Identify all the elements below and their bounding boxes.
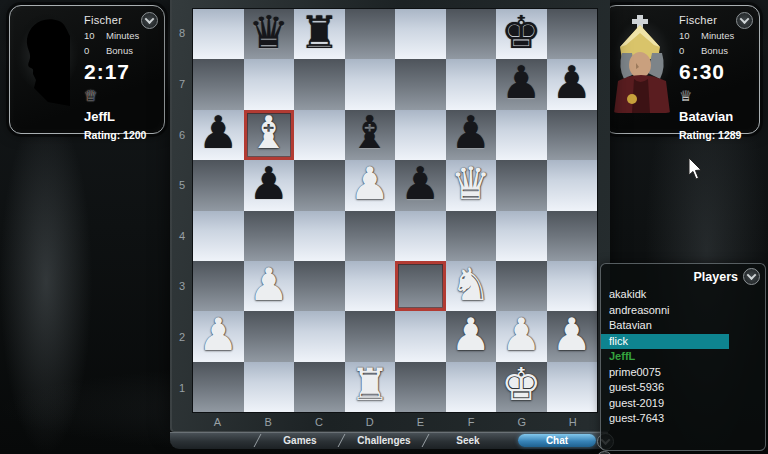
square-d8[interactable] [345, 9, 396, 59]
square-d2[interactable] [345, 311, 396, 361]
square-b8[interactable]: ♛ [244, 9, 295, 59]
black-player-avatar [15, 13, 79, 113]
square-f8[interactable] [446, 9, 497, 59]
square-a3[interactable] [193, 261, 244, 311]
square-g5[interactable] [496, 160, 547, 210]
piece-white-pawn[interactable]: ♟ [350, 159, 390, 209]
king-portrait-icon [610, 13, 674, 113]
square-b4[interactable] [244, 211, 295, 261]
black-clock: 2:17 [84, 60, 158, 84]
square-f5[interactable]: ♛ [446, 160, 497, 210]
piece-black-pawn[interactable]: ♟ [451, 108, 491, 158]
player-list-item-flick[interactable]: flick [601, 334, 729, 350]
player-list-item-guest-2019[interactable]: guest-2019 [601, 396, 765, 412]
rank-label-6: 6 [172, 109, 192, 160]
square-a8[interactable] [193, 9, 244, 59]
square-d7[interactable] [345, 59, 396, 109]
square-f7[interactable] [446, 59, 497, 109]
square-e4[interactable] [395, 211, 446, 261]
board[interactable]: ♛♜♚♟♟♟♝♝♟♟♟♟♛♟♞♟♟♟♟♜♚ [192, 8, 598, 413]
mouse-cursor [688, 158, 704, 182]
square-d6[interactable]: ♝ [345, 110, 396, 160]
rank-label-7: 7 [172, 59, 192, 110]
square-d4[interactable] [345, 211, 396, 261]
piece-white-pawn[interactable]: ♟ [501, 310, 541, 360]
players-collapse-button[interactable] [743, 268, 760, 285]
piece-black-bishop[interactable]: ♝ [350, 108, 390, 158]
square-a1[interactable] [193, 362, 244, 412]
piece-black-pawn[interactable]: ♟ [198, 108, 238, 158]
square-b7[interactable] [244, 59, 295, 109]
bonus-label: Bonus [106, 45, 133, 56]
square-e6[interactable] [395, 110, 446, 160]
time-control-label: Fischer [679, 14, 753, 26]
square-d5[interactable]: ♟ [345, 160, 396, 210]
square-f2[interactable]: ♟ [446, 311, 497, 361]
square-d1[interactable]: ♜ [345, 362, 396, 412]
white-side-icon: ♕ [679, 87, 753, 105]
rank-label-1: 1 [172, 362, 192, 413]
file-label-b: B [243, 413, 294, 430]
square-a6[interactable]: ♟ [193, 110, 244, 160]
piece-white-queen[interactable]: ♛ [451, 159, 491, 209]
time-control-label: Fischer [84, 14, 158, 26]
piece-white-pawn[interactable]: ♟ [198, 310, 238, 360]
square-a5[interactable] [193, 160, 244, 210]
piece-black-pawn[interactable]: ♟ [400, 159, 440, 209]
square-h3[interactable] [547, 261, 598, 311]
square-c4[interactable] [294, 211, 345, 261]
square-b5[interactable]: ♟ [244, 160, 295, 210]
square-c3[interactable] [294, 261, 345, 311]
square-h8[interactable] [547, 9, 598, 59]
square-b1[interactable] [244, 362, 295, 412]
board-frame: 87654321 ♛♜♚♟♟♟♝♝♟♟♟♟♛♟♞♟♟♟♟♜♚ ABCDEFGH [170, 0, 610, 432]
black-side-icon: ♛ [84, 87, 158, 105]
square-f6[interactable]: ♟ [446, 110, 497, 160]
rank-label-5: 5 [172, 160, 192, 211]
square-f1[interactable] [446, 362, 497, 412]
piece-white-knight[interactable]: ♞ [451, 260, 491, 310]
square-g4[interactable] [496, 211, 547, 261]
bonus-value: 0 [679, 45, 691, 56]
file-labels: ABCDEFGH [192, 413, 598, 430]
piece-black-pawn[interactable]: ♟ [501, 58, 541, 108]
bonus-label: Bonus [701, 45, 728, 56]
players-panel-title: Players [694, 270, 738, 284]
black-player-name: JeffL [84, 109, 158, 124]
player-list-item-andreasonni[interactable]: andreasonni [601, 303, 765, 319]
black-player-card: Fischer 10 Minutes 0 Bonus 2:17 ♛ JeffL … [9, 5, 165, 134]
square-h5[interactable] [547, 160, 598, 210]
tab-games[interactable]: Games [258, 432, 342, 449]
square-h6[interactable] [547, 110, 598, 160]
square-f3[interactable]: ♞ [446, 261, 497, 311]
piece-white-pawn[interactable]: ♟ [552, 310, 592, 360]
square-g7[interactable]: ♟ [496, 59, 547, 109]
piece-white-bishop[interactable]: ♝ [249, 108, 289, 158]
head-silhouette-icon [15, 13, 79, 113]
players-list: akakidkandreasonniBatavianflickJeffLprim… [601, 287, 765, 427]
piece-white-pawn[interactable]: ♟ [451, 310, 491, 360]
minutes-label: Minutes [106, 30, 139, 41]
square-e5[interactable]: ♟ [395, 160, 446, 210]
white-player-avatar [610, 13, 674, 113]
square-c7[interactable] [294, 59, 345, 109]
tab-row: GamesChallengesSeekChat [258, 432, 608, 449]
square-e1[interactable] [395, 362, 446, 412]
white-player-rating: Rating: 1289 [679, 129, 753, 141]
tab-seek[interactable]: Seek [426, 432, 510, 449]
square-e3[interactable] [395, 261, 446, 311]
file-label-a: A [192, 413, 243, 430]
file-label-d: D [344, 413, 395, 430]
square-b3[interactable]: ♟ [244, 261, 295, 311]
player-list-item-guest-7643[interactable]: guest-7643 [601, 411, 765, 427]
tab-chat[interactable]: Chat [518, 434, 596, 447]
tab-challenges[interactable]: Challenges [342, 432, 426, 449]
square-e7[interactable] [395, 59, 446, 109]
square-h4[interactable] [547, 211, 598, 261]
piece-black-pawn[interactable]: ♟ [249, 159, 289, 209]
piece-white-king[interactable]: ♚ [501, 360, 541, 410]
rank-label-8: 8 [172, 8, 192, 59]
file-label-f: F [446, 413, 497, 430]
player-list-item-akakidk[interactable]: akakidk [601, 287, 765, 303]
bottom-tab-bar: GamesChallengesSeekChat [170, 432, 608, 449]
square-a4[interactable] [193, 211, 244, 261]
player-list-item-prime0075[interactable]: prime0075 [601, 365, 765, 381]
square-a7[interactable] [193, 59, 244, 109]
square-g8[interactable]: ♚ [496, 9, 547, 59]
piece-white-rook[interactable]: ♜ [350, 360, 390, 410]
square-c6[interactable] [294, 110, 345, 160]
square-e2[interactable] [395, 311, 446, 361]
white-player-card: Fischer 10 Minutes 0 Bonus 6:30 ♕ Batavi… [604, 5, 760, 134]
square-g3[interactable] [496, 261, 547, 311]
square-a2[interactable]: ♟ [193, 311, 244, 361]
minutes-value: 10 [679, 30, 691, 41]
file-label-c: C [294, 413, 345, 430]
square-c1[interactable] [294, 362, 345, 412]
player-list-item-guest-5936[interactable]: guest-5936 [601, 380, 765, 396]
players-panel: Players akakidkandreasonniBatavianflickJ… [600, 263, 766, 451]
piece-black-queen[interactable]: ♛ [249, 8, 289, 58]
square-h7[interactable]: ♟ [547, 59, 598, 109]
rank-label-2: 2 [172, 312, 192, 363]
piece-black-rook[interactable]: ♜ [299, 8, 339, 58]
white-player-name: Batavian [679, 109, 753, 124]
white-clock: 6:30 [679, 60, 753, 84]
square-c5[interactable] [294, 160, 345, 210]
file-label-h: H [547, 413, 598, 430]
bonus-value: 0 [84, 45, 96, 56]
piece-black-king[interactable]: ♚ [501, 8, 541, 58]
piece-black-pawn[interactable]: ♟ [552, 58, 592, 108]
square-g1[interactable]: ♚ [496, 362, 547, 412]
player-list-item-JeffL[interactable]: JeffL [601, 349, 765, 365]
file-label-e: E [395, 413, 446, 430]
chevron-down-icon [747, 270, 757, 280]
square-c8[interactable]: ♜ [294, 9, 345, 59]
square-c2[interactable] [294, 311, 345, 361]
file-label-g: G [497, 413, 548, 430]
square-g6[interactable] [496, 110, 547, 160]
minutes-value: 10 [84, 30, 96, 41]
rank-label-3: 3 [172, 261, 192, 312]
square-g2[interactable]: ♟ [496, 311, 547, 361]
square-f4[interactable] [446, 211, 497, 261]
rank-labels: 87654321 [172, 8, 192, 413]
piece-white-pawn[interactable]: ♟ [249, 260, 289, 310]
square-b2[interactable] [244, 311, 295, 361]
minutes-label: Minutes [701, 30, 734, 41]
black-player-rating: Rating: 1200 [84, 129, 158, 141]
player-list-item-Batavian[interactable]: Batavian [601, 318, 765, 334]
square-b6[interactable]: ♝ [244, 110, 295, 160]
square-h1[interactable] [547, 362, 598, 412]
square-d3[interactable] [345, 261, 396, 311]
rank-label-4: 4 [172, 211, 192, 262]
square-e8[interactable] [395, 9, 446, 59]
square-h2[interactable]: ♟ [547, 311, 598, 361]
